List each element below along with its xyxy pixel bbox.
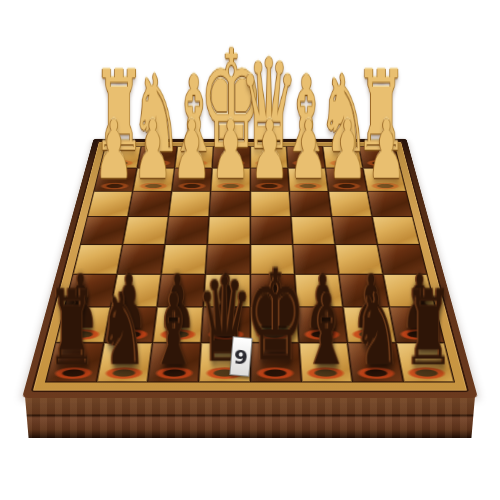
square-f3[interactable] bbox=[169, 192, 210, 217]
square-e3[interactable] bbox=[210, 192, 250, 217]
piece-black-king[interactable]: ♚ bbox=[246, 257, 306, 377]
piece-white-pawn[interactable]: ♟ bbox=[289, 111, 327, 188]
square-h2[interactable]: ♟ bbox=[94, 168, 137, 191]
square-h4[interactable] bbox=[81, 217, 128, 244]
piece-black-rook[interactable]: ♜ bbox=[404, 278, 453, 377]
piece-white-pawn[interactable]: ♟ bbox=[250, 111, 288, 188]
square-g4[interactable] bbox=[123, 217, 168, 244]
square-b4[interactable] bbox=[332, 217, 377, 244]
piece-white-pawn[interactable]: ♟ bbox=[172, 111, 210, 188]
square-b3[interactable] bbox=[329, 192, 372, 217]
square-e2[interactable]: ♟ bbox=[211, 168, 249, 191]
square-d2[interactable]: ♟ bbox=[250, 168, 288, 191]
piece-black-knight[interactable]: ♞ bbox=[99, 282, 146, 377]
piece-black-bishop[interactable]: ♝ bbox=[303, 284, 350, 378]
square-d8[interactable]: ♚ bbox=[250, 343, 300, 382]
piece-black-rook[interactable]: ♜ bbox=[47, 278, 96, 377]
square-c3[interactable] bbox=[289, 192, 330, 217]
square-g3[interactable] bbox=[128, 192, 171, 217]
square-c8[interactable]: ♝ bbox=[299, 343, 352, 382]
piece-black-knight[interactable]: ♞ bbox=[354, 282, 401, 377]
square-e4[interactable] bbox=[208, 217, 250, 244]
square-d3[interactable] bbox=[250, 192, 290, 217]
piece-black-bishop[interactable]: ♝ bbox=[150, 284, 197, 378]
square-c4[interactable] bbox=[291, 217, 334, 244]
square-a4[interactable] bbox=[372, 217, 419, 244]
square-c2[interactable]: ♟ bbox=[288, 168, 328, 191]
piece-white-pawn[interactable]: ♟ bbox=[368, 111, 406, 188]
square-d4[interactable] bbox=[250, 217, 292, 244]
piece-white-pawn[interactable]: ♟ bbox=[94, 111, 132, 188]
square-g8[interactable]: ♞ bbox=[97, 343, 152, 382]
square-a3[interactable] bbox=[368, 192, 413, 217]
piece-white-pawn[interactable]: ♟ bbox=[328, 111, 366, 188]
lot-number-tag: 9 bbox=[229, 336, 252, 377]
square-h3[interactable] bbox=[88, 192, 133, 217]
square-g2[interactable]: ♟ bbox=[133, 168, 174, 191]
square-f2[interactable]: ♟ bbox=[172, 168, 212, 191]
lot-number-text: 9 bbox=[233, 346, 249, 367]
piece-white-pawn[interactable]: ♟ bbox=[133, 111, 171, 188]
square-f8[interactable]: ♝ bbox=[148, 343, 201, 382]
piece-white-pawn[interactable]: ♟ bbox=[211, 111, 249, 188]
square-a2[interactable]: ♟ bbox=[363, 168, 406, 191]
square-b8[interactable]: ♞ bbox=[348, 343, 403, 382]
box-front-face bbox=[25, 396, 475, 438]
square-a8[interactable]: ♜ bbox=[396, 343, 453, 382]
square-b2[interactable]: ♟ bbox=[326, 168, 367, 191]
square-h8[interactable]: ♜ bbox=[46, 343, 103, 382]
square-f4[interactable] bbox=[166, 217, 209, 244]
